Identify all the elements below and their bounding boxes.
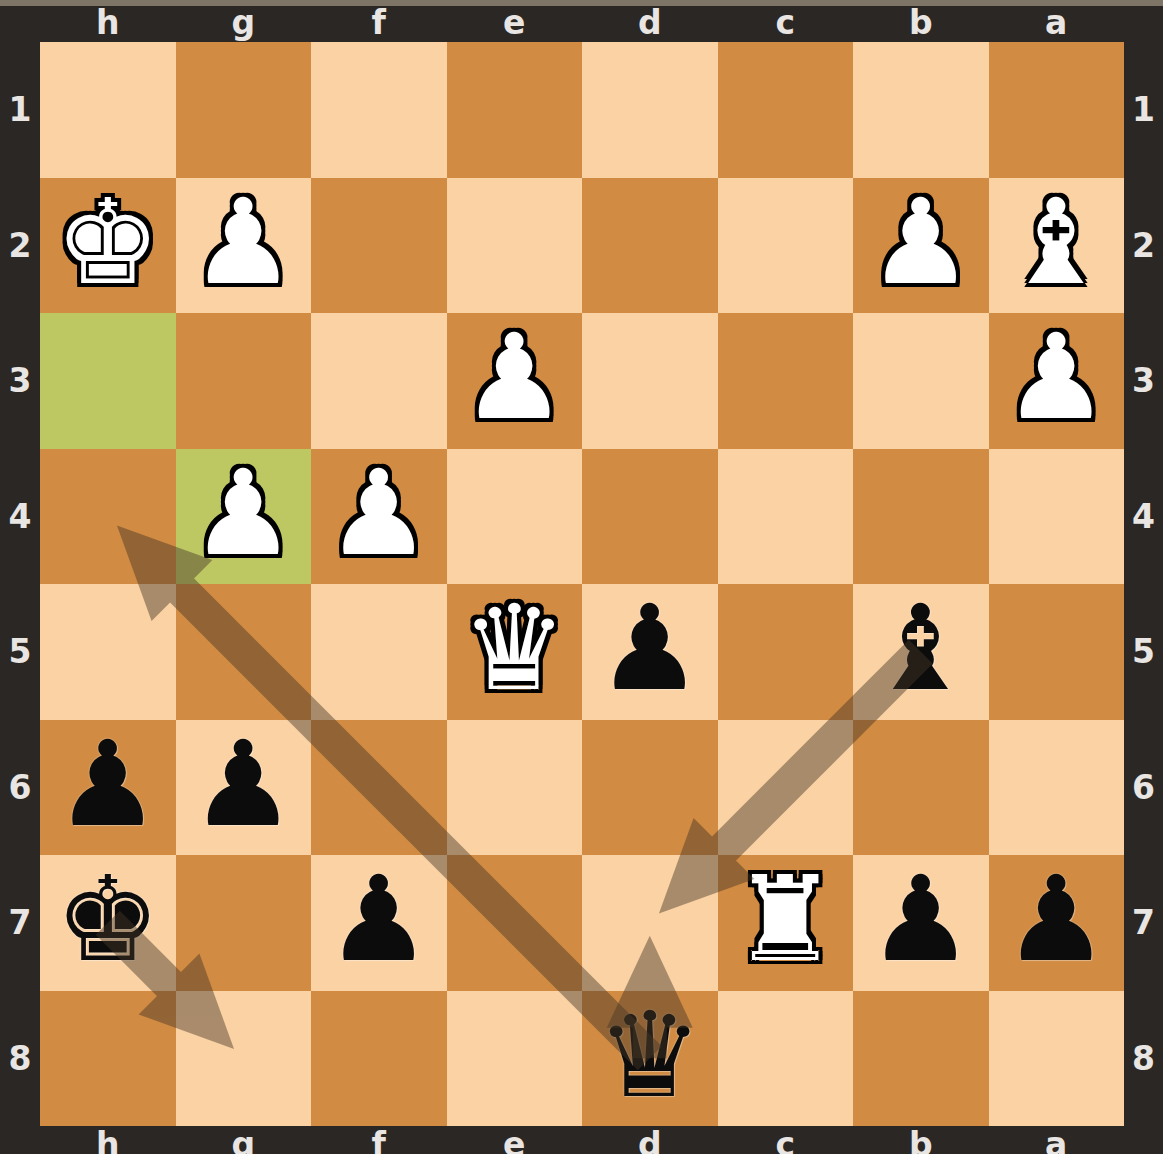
square-g7[interactable] (176, 855, 312, 991)
coord-label-right-7: 7 (1124, 855, 1163, 991)
square-b2[interactable]: ♟ (853, 178, 989, 314)
square-g5[interactable] (176, 584, 312, 720)
square-a6[interactable] (989, 720, 1125, 856)
coord-label-left-1: 1 (0, 42, 40, 178)
square-a5[interactable] (989, 584, 1125, 720)
coord-label-top-a: a (989, 4, 1125, 40)
black-pawn[interactable]: ♟ (1003, 852, 1109, 987)
square-d7[interactable] (582, 855, 718, 991)
coord-label-top-b: b (853, 4, 989, 40)
square-g4[interactable]: ♟ (176, 449, 312, 585)
coord-label-top-g: g (176, 4, 312, 40)
white-pawn[interactable]: ♟ (190, 175, 296, 310)
square-f6[interactable] (311, 720, 447, 856)
square-d1[interactable] (582, 42, 718, 178)
white-queen[interactable]: ♛ (461, 581, 567, 716)
square-h6[interactable]: ♟ (40, 720, 176, 856)
coord-label-top-h: h (40, 4, 176, 40)
white-pawn[interactable]: ♟ (190, 446, 296, 581)
square-c3[interactable] (718, 313, 854, 449)
chess-analysis-screenshot: { "game": "chess", "position": { "fen": … (0, 0, 1163, 1154)
white-pawn[interactable]: ♟ (1003, 310, 1109, 445)
coord-label-left-3: 3 (0, 313, 40, 449)
square-c7[interactable]: ♜ (718, 855, 854, 991)
coord-label-right-5: 5 (1124, 584, 1163, 720)
square-g8[interactable] (176, 991, 312, 1127)
coord-label-right-8: 8 (1124, 991, 1163, 1127)
square-b6[interactable] (853, 720, 989, 856)
square-d6[interactable] (582, 720, 718, 856)
coord-label-bottom-d: d (582, 1126, 718, 1154)
white-pawn[interactable]: ♟ (868, 175, 974, 310)
square-f3[interactable] (311, 313, 447, 449)
coord-label-bottom-c: c (718, 1126, 854, 1154)
black-bishop[interactable]: ♝ (868, 581, 974, 716)
square-g3[interactable] (176, 313, 312, 449)
square-e7[interactable] (447, 855, 583, 991)
white-king[interactable]: ♚ (55, 175, 161, 310)
coord-label-right-6: 6 (1124, 720, 1163, 856)
coord-label-bottom-b: b (853, 1126, 989, 1154)
square-e8[interactable] (447, 991, 583, 1127)
square-d5[interactable]: ♟ (582, 584, 718, 720)
square-f2[interactable] (311, 178, 447, 314)
white-pawn[interactable]: ♟ (461, 310, 567, 445)
square-h7[interactable]: ♚ (40, 855, 176, 991)
square-h4[interactable] (40, 449, 176, 585)
square-c4[interactable] (718, 449, 854, 585)
black-pawn[interactable]: ♟ (55, 717, 161, 852)
square-a1[interactable] (989, 42, 1125, 178)
coord-label-top-f: f (311, 4, 447, 40)
coord-label-top-c: c (718, 4, 854, 40)
black-pawn[interactable]: ♟ (190, 717, 296, 852)
coord-label-right-3: 3 (1124, 313, 1163, 449)
black-king[interactable]: ♚ (55, 852, 161, 987)
coord-label-right-4: 4 (1124, 449, 1163, 585)
coord-label-left-6: 6 (0, 720, 40, 856)
square-f7[interactable]: ♟ (311, 855, 447, 991)
square-b8[interactable] (853, 991, 989, 1127)
square-b1[interactable] (853, 42, 989, 178)
coord-label-top-d: d (582, 4, 718, 40)
coord-label-left-8: 8 (0, 991, 40, 1127)
square-g1[interactable] (176, 42, 312, 178)
coord-label-bottom-a: a (989, 1126, 1125, 1154)
coord-label-bottom-g: g (176, 1126, 312, 1154)
square-d4[interactable] (582, 449, 718, 585)
coord-label-bottom-e: e (447, 1126, 583, 1154)
square-g6[interactable]: ♟ (176, 720, 312, 856)
square-e3[interactable]: ♟ (447, 313, 583, 449)
square-c1[interactable] (718, 42, 854, 178)
square-c8[interactable] (718, 991, 854, 1127)
square-e6[interactable] (447, 720, 583, 856)
square-d2[interactable] (582, 178, 718, 314)
black-pawn[interactable]: ♟ (868, 852, 974, 987)
square-b5[interactable]: ♝ (853, 584, 989, 720)
coord-label-bottom-h: h (40, 1126, 176, 1154)
black-queen[interactable]: ♛ (597, 988, 703, 1123)
coord-label-top-e: e (447, 4, 583, 40)
coord-label-left-4: 4 (0, 449, 40, 585)
black-pawn[interactable]: ♟ (326, 852, 432, 987)
square-b4[interactable] (853, 449, 989, 585)
square-c2[interactable] (718, 178, 854, 314)
coord-label-left-7: 7 (0, 855, 40, 991)
square-a4[interactable] (989, 449, 1125, 585)
square-d8[interactable]: ♛ (582, 991, 718, 1127)
coord-label-right-1: 1 (1124, 42, 1163, 178)
square-c6[interactable] (718, 720, 854, 856)
square-e5[interactable]: ♛ (447, 584, 583, 720)
square-h1[interactable] (40, 42, 176, 178)
square-f4[interactable]: ♟ (311, 449, 447, 585)
white-rook[interactable]: ♜ (732, 852, 838, 987)
square-h3[interactable] (40, 313, 176, 449)
coord-label-left-2: 2 (0, 178, 40, 314)
coord-label-left-5: 5 (0, 584, 40, 720)
square-g2[interactable]: ♟ (176, 178, 312, 314)
square-f5[interactable] (311, 584, 447, 720)
square-d3[interactable] (582, 313, 718, 449)
square-a8[interactable] (989, 991, 1125, 1127)
square-b3[interactable] (853, 313, 989, 449)
square-a3[interactable]: ♟ (989, 313, 1125, 449)
square-c5[interactable] (718, 584, 854, 720)
square-e1[interactable] (447, 42, 583, 178)
white-pawn[interactable]: ♟ (326, 446, 432, 581)
coord-label-right-2: 2 (1124, 178, 1163, 314)
coord-label-bottom-f: f (311, 1126, 447, 1154)
square-f8[interactable] (311, 991, 447, 1127)
square-a2[interactable]: ♝ (989, 178, 1125, 314)
white-bishop[interactable]: ♝ (1003, 175, 1109, 310)
square-h2[interactable]: ♚ (40, 178, 176, 314)
square-h8[interactable] (40, 991, 176, 1127)
square-a7[interactable]: ♟ (989, 855, 1125, 991)
square-f1[interactable] (311, 42, 447, 178)
chess-board: ♚♟♟♝♟♟♟♟♛♟♝♟♟♚♟♜♟♟♛ (40, 42, 1124, 1126)
square-b7[interactable]: ♟ (853, 855, 989, 991)
square-e4[interactable] (447, 449, 583, 585)
square-e2[interactable] (447, 178, 583, 314)
square-h5[interactable] (40, 584, 176, 720)
black-pawn[interactable]: ♟ (597, 581, 703, 716)
